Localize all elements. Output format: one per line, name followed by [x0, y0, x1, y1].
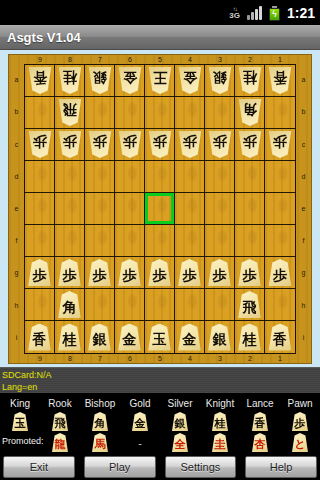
- legend-label-silver: Silver: [160, 397, 200, 410]
- shogi-piece-玉-sente: 玉: [148, 324, 172, 351]
- board-cell-9a[interactable]: 香: [25, 65, 55, 97]
- board-cell-3c[interactable]: 歩: [205, 129, 235, 161]
- rank-label-g: g: [9, 257, 24, 289]
- rank-label-g: g: [296, 257, 311, 289]
- legend-promoted-row: Promoted: 龍馬-全圭杏と: [0, 432, 320, 453]
- shogi-piece-飛-sente: 飛: [238, 291, 262, 318]
- shogi-piece-歩-gote: 歩: [28, 131, 52, 158]
- board-cell-1e[interactable]: [265, 193, 295, 225]
- legend-piece-rook: 飛: [52, 412, 69, 431]
- promoted-label: Promoted:: [2, 436, 44, 446]
- board-cell-2c[interactable]: 歩: [235, 129, 265, 161]
- shogi-piece-銀-sente: 銀: [208, 324, 232, 351]
- file-label-2: 2: [235, 55, 265, 64]
- shogi-piece-金-gote: 金: [178, 67, 202, 94]
- shogi-piece-歩-gote: 歩: [268, 131, 292, 158]
- app-title-bar: Asgts V1.04: [0, 25, 320, 50]
- shogi-piece-桂-sente: 桂: [58, 324, 82, 351]
- shogi-piece-香-sente: 香: [268, 324, 292, 351]
- legend-label-pawn: Pawn: [280, 397, 320, 410]
- board-cell-9c[interactable]: 歩: [25, 129, 55, 161]
- file-label-9: 9: [25, 354, 55, 363]
- file-label-1: 1: [265, 354, 295, 363]
- file-labels-bottom: 987654321: [9, 354, 311, 363]
- board-cell-9i[interactable]: 香: [25, 321, 55, 353]
- board-cell-5i[interactable]: 玉: [145, 321, 175, 353]
- board-cell-4b[interactable]: [175, 97, 205, 129]
- shogi-piece-銀-sente: 銀: [88, 324, 112, 351]
- file-label-7: 7: [85, 354, 115, 363]
- shogi-piece-桂-gote: 桂: [238, 67, 262, 94]
- board-cell-1h[interactable]: [265, 289, 295, 321]
- legend-piece-pawn: 歩: [292, 412, 309, 431]
- file-label-3: 3: [205, 354, 235, 363]
- board-cell-2b[interactable]: 角: [235, 97, 265, 129]
- shogi-piece-銀-gote: 銀: [208, 67, 232, 94]
- legend-pieces-row: 玉飛角金銀桂香歩: [0, 411, 320, 432]
- legend-label-rook: Rook: [40, 397, 80, 410]
- shogi-piece-角-gote: 角: [238, 99, 262, 126]
- legend-promoted-piece-pawn: と: [292, 433, 309, 452]
- board-cell-6d[interactable]: [115, 161, 145, 193]
- rank-label-f: f: [9, 225, 24, 257]
- file-label-8: 8: [55, 354, 85, 363]
- rank-label-d: d: [296, 161, 311, 193]
- board-cell-7i[interactable]: 銀: [85, 321, 115, 353]
- legend-piece-silver: 銀: [172, 412, 189, 431]
- board-cell-9f[interactable]: [25, 225, 55, 257]
- board-cell-3f[interactable]: [205, 225, 235, 257]
- legend-promoted-cell-lance: 杏: [240, 432, 280, 453]
- legend-label-bishop: Bishop: [80, 397, 120, 410]
- board-cell-7d[interactable]: [85, 161, 115, 193]
- network-type-label: 3G: [229, 12, 240, 20]
- board-cell-5a[interactable]: 王: [145, 65, 175, 97]
- legend-piece-cell-king: 玉: [0, 411, 40, 432]
- legend-piece-cell-gold: 金: [120, 411, 160, 432]
- rank-label-i: i: [296, 322, 311, 354]
- legend-promoted-piece-lance: 杏: [252, 433, 269, 452]
- rank-label-a: a: [9, 64, 24, 96]
- legend-promoted-piece-knight: 圭: [212, 433, 229, 452]
- shogi-piece-歩-sente: 歩: [148, 259, 172, 286]
- board-cell-4e[interactable]: [175, 193, 205, 225]
- shogi-piece-歩-gote: 歩: [58, 131, 82, 158]
- board-cell-4g[interactable]: 歩: [175, 257, 205, 289]
- file-label-8: 8: [55, 55, 85, 64]
- board-cell-5c[interactable]: 歩: [145, 129, 175, 161]
- shogi-piece-歩-sente: 歩: [268, 259, 292, 286]
- legend-promoted-cell-silver: 全: [160, 432, 200, 453]
- rank-label-b: b: [296, 96, 311, 128]
- shogi-piece-歩-sente: 歩: [178, 259, 202, 286]
- rank-label-b: b: [9, 96, 24, 128]
- legend-piece-cell-silver: 銀: [160, 411, 200, 432]
- board-cell-9b[interactable]: [25, 97, 55, 129]
- board-cell-6c[interactable]: 歩: [115, 129, 145, 161]
- shogi-piece-歩-sente: 歩: [28, 259, 52, 286]
- board-cell-7h[interactable]: [85, 289, 115, 321]
- shogi-piece-歩-sente: 歩: [208, 259, 232, 286]
- legend-promoted-piece-bishop: 馬: [92, 433, 109, 452]
- board-cell-6f[interactable]: [115, 225, 145, 257]
- board-cell-7f[interactable]: [85, 225, 115, 257]
- board-cell-7e[interactable]: [85, 193, 115, 225]
- signal-strength-icon: [247, 6, 262, 20]
- legend-promoted-piece-rook: 龍: [52, 433, 69, 452]
- legend-piece-knight: 桂: [212, 412, 229, 431]
- board-cell-2g[interactable]: 歩: [235, 257, 265, 289]
- play-button[interactable]: Play: [84, 456, 156, 478]
- board-cell-8i[interactable]: 桂: [55, 321, 85, 353]
- board-cell-8h[interactable]: 角: [55, 289, 85, 321]
- board-cell-3i[interactable]: 銀: [205, 321, 235, 353]
- board-cell-1f[interactable]: [265, 225, 295, 257]
- rank-labels-left: abcdefghi: [9, 64, 24, 354]
- legend-promoted-cell-knight: 圭: [200, 432, 240, 453]
- legend-label-gold: Gold: [120, 397, 160, 410]
- board-cell-2f[interactable]: [235, 225, 265, 257]
- board-cell-3g[interactable]: 歩: [205, 257, 235, 289]
- board-cell-2h[interactable]: 飛: [235, 289, 265, 321]
- shogi-piece-銀-gote: 銀: [88, 67, 112, 94]
- settings-button[interactable]: Settings: [165, 456, 237, 478]
- file-label-9: 9: [25, 55, 55, 64]
- board-cell-7a[interactable]: 銀: [85, 65, 115, 97]
- legend-piece-lance: 香: [252, 412, 269, 431]
- board-cell-8e[interactable]: [55, 193, 85, 225]
- rank-label-e: e: [9, 193, 24, 225]
- legend-piece-cell-bishop: 角: [80, 411, 120, 432]
- board-cell-6i[interactable]: 金: [115, 321, 145, 353]
- app-title: Asgts V1.04: [7, 30, 81, 45]
- file-label-4: 4: [175, 354, 205, 363]
- status-bar-clock: 1:21: [287, 5, 315, 21]
- shogi-piece-香-sente: 香: [28, 324, 52, 351]
- board-cell-9g[interactable]: 歩: [25, 257, 55, 289]
- rank-label-a: a: [296, 64, 311, 96]
- board-cell-6b[interactable]: [115, 97, 145, 129]
- legend-piece-bishop: 角: [92, 412, 109, 431]
- board-cell-3e[interactable]: [205, 193, 235, 225]
- help-button[interactable]: Help: [245, 456, 317, 478]
- language-status: Lang=en: [2, 381, 320, 393]
- board-cell-8c[interactable]: 歩: [55, 129, 85, 161]
- board-cell-1d[interactable]: [265, 161, 295, 193]
- status-strip: SDCard:N/A Lang=en: [0, 367, 320, 393]
- legend-promoted-cell-gold: -: [120, 432, 160, 453]
- legend-label-knight: Knight: [200, 397, 240, 410]
- android-status-bar: ↑↓ 3G ϟ 1:21: [0, 0, 320, 25]
- board-cell-8a[interactable]: 桂: [55, 65, 85, 97]
- rank-label-d: d: [9, 161, 24, 193]
- board-cell-8d[interactable]: [55, 161, 85, 193]
- legend-promoted-cell-pawn: と: [280, 432, 320, 453]
- rank-label-h: h: [9, 290, 24, 322]
- board-cell-8f[interactable]: [55, 225, 85, 257]
- board-cell-7g[interactable]: 歩: [85, 257, 115, 289]
- board-cell-3h[interactable]: [205, 289, 235, 321]
- file-label-6: 6: [115, 354, 145, 363]
- shogi-piece-飛-gote: 飛: [58, 99, 82, 126]
- board-cell-4c[interactable]: 歩: [175, 129, 205, 161]
- board-cell-4d[interactable]: [175, 161, 205, 193]
- shogi-piece-歩-gote: 歩: [88, 131, 112, 158]
- board-cell-8b[interactable]: 飛: [55, 97, 85, 129]
- shogi-piece-香-gote: 香: [268, 67, 292, 94]
- sdcard-status: SDCard:N/A: [2, 369, 320, 381]
- no-promotion-dash: -: [138, 437, 142, 449]
- board-cell-2i[interactable]: 桂: [235, 321, 265, 353]
- rank-labels-right: abcdefghi: [296, 64, 311, 354]
- board-cell-6a[interactable]: 金: [115, 65, 145, 97]
- legend-promoted-piece-silver: 全: [172, 433, 189, 452]
- legend-labels-row: KingRookBishopGoldSilverKnightLancePawn: [0, 397, 320, 410]
- board-cell-1a[interactable]: 香: [265, 65, 295, 97]
- legend-promoted-cell-bishop: 馬: [80, 432, 120, 453]
- legend-label-king: King: [0, 397, 40, 410]
- board-cell-4h[interactable]: [175, 289, 205, 321]
- board-cell-1i[interactable]: 香: [265, 321, 295, 353]
- legend-piece-gold: 金: [132, 412, 149, 431]
- shogi-piece-角-sente: 角: [58, 291, 82, 318]
- battery-charging-icon: ϟ: [269, 6, 280, 21]
- shogi-piece-歩-gote: 歩: [208, 131, 232, 158]
- file-label-7: 7: [85, 55, 115, 64]
- board-cell-3b[interactable]: [205, 97, 235, 129]
- board-cell-2e[interactable]: [235, 193, 265, 225]
- legend-promoted-cell-rook: 龍: [40, 432, 80, 453]
- board-cell-5f[interactable]: [145, 225, 175, 257]
- board-cell-9d[interactable]: [25, 161, 55, 193]
- board-cell-5g[interactable]: 歩: [145, 257, 175, 289]
- shogi-piece-王-gote: 王: [148, 67, 172, 94]
- shogi-piece-歩-sente: 歩: [88, 259, 112, 286]
- rank-label-c: c: [296, 129, 311, 161]
- shogi-piece-歩-gote: 歩: [238, 131, 262, 158]
- shogi-piece-金-gote: 金: [118, 67, 142, 94]
- legend-piece-cell-knight: 桂: [200, 411, 240, 432]
- shogi-piece-桂-sente: 桂: [238, 324, 262, 351]
- rank-label-f: f: [296, 225, 311, 257]
- board-cell-6e[interactable]: [115, 193, 145, 225]
- board-cell-6g[interactable]: 歩: [115, 257, 145, 289]
- rank-label-c: c: [9, 129, 24, 161]
- legend-label-lance: Lance: [240, 397, 280, 410]
- exit-button[interactable]: Exit: [3, 456, 75, 478]
- file-label-1: 1: [265, 55, 295, 64]
- legend-piece-cell-rook: 飛: [40, 411, 80, 432]
- board-background: 987654321 abcdefghi 香桂銀金王金銀桂香飛角歩歩歩歩歩歩歩歩歩…: [0, 50, 320, 367]
- file-label-2: 2: [235, 354, 265, 363]
- board-cell-4f[interactable]: [175, 225, 205, 257]
- shogi-piece-歩-sente: 歩: [238, 259, 262, 286]
- shogi-piece-歩-gote: 歩: [148, 131, 172, 158]
- legend-piece-king: 玉: [12, 412, 29, 431]
- board-cell-8g[interactable]: 歩: [55, 257, 85, 289]
- board-cell-9h[interactable]: [25, 289, 55, 321]
- shogi-piece-香-gote: 香: [28, 67, 52, 94]
- board-cell-3d[interactable]: [205, 161, 235, 193]
- piece-legend: KingRookBishopGoldSilverKnightLancePawn …: [0, 393, 320, 453]
- shogi-piece-金-sente: 金: [118, 324, 142, 351]
- shogi-board: 987654321 abcdefghi 香桂銀金王金銀桂香飛角歩歩歩歩歩歩歩歩歩…: [8, 54, 312, 364]
- file-label-6: 6: [115, 55, 145, 64]
- legend-piece-cell-pawn: 歩: [280, 411, 320, 432]
- board-cell-1b[interactable]: [265, 97, 295, 129]
- charging-bolt-icon: ϟ: [272, 10, 277, 19]
- mobile-data-3g-icon: ↑↓ 3G: [229, 6, 240, 20]
- shogi-piece-歩-sente: 歩: [118, 259, 142, 286]
- board-cell-1g[interactable]: 歩: [265, 257, 295, 289]
- rank-label-e: e: [296, 193, 311, 225]
- file-label-3: 3: [205, 55, 235, 64]
- board-cell-7b[interactable]: [85, 97, 115, 129]
- board-cell-1c[interactable]: 歩: [265, 129, 295, 161]
- file-label-5: 5: [145, 55, 175, 64]
- file-label-4: 4: [175, 55, 205, 64]
- board-cell-5e[interactable]: [145, 193, 175, 225]
- board-cell-9e[interactable]: [25, 193, 55, 225]
- board-cell-4a[interactable]: 金: [175, 65, 205, 97]
- rank-label-h: h: [296, 290, 311, 322]
- board-cell-4i[interactable]: 金: [175, 321, 205, 353]
- shogi-piece-桂-gote: 桂: [58, 67, 82, 94]
- board-cell-6h[interactable]: [115, 289, 145, 321]
- legend-piece-cell-lance: 香: [240, 411, 280, 432]
- board-cell-5b[interactable]: [145, 97, 175, 129]
- board-cell-3a[interactable]: 銀: [205, 65, 235, 97]
- shogi-piece-歩-gote: 歩: [118, 131, 142, 158]
- bottom-button-bar: ExitPlaySettingsHelp: [0, 453, 320, 478]
- shogi-piece-歩-sente: 歩: [58, 259, 82, 286]
- file-labels-top: 987654321: [9, 55, 311, 64]
- rank-label-i: i: [9, 322, 24, 354]
- board-cell-5d[interactable]: [145, 161, 175, 193]
- shogi-piece-金-sente: 金: [178, 324, 202, 351]
- file-label-5: 5: [145, 354, 175, 363]
- board-cell-2a[interactable]: 桂: [235, 65, 265, 97]
- board-grid: 香桂銀金王金銀桂香飛角歩歩歩歩歩歩歩歩歩歩歩歩歩歩歩歩歩歩角飛香桂銀金玉金銀桂香: [24, 64, 296, 354]
- board-cell-5h[interactable]: [145, 289, 175, 321]
- shogi-piece-歩-gote: 歩: [178, 131, 202, 158]
- board-cell-7c[interactable]: 歩: [85, 129, 115, 161]
- board-cell-2d[interactable]: [235, 161, 265, 193]
